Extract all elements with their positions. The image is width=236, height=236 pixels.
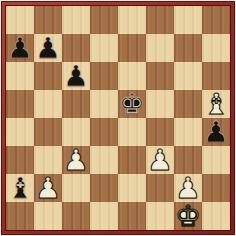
square-h8[interactable] [202,6,230,34]
square-d4[interactable] [90,118,118,146]
square-a6[interactable] [6,62,34,90]
square-e5[interactable]: ♚ [118,90,146,118]
square-b5[interactable] [34,90,62,118]
square-f7[interactable] [146,34,174,62]
square-c2[interactable] [62,174,90,202]
square-d1[interactable] [90,202,118,230]
square-e7[interactable] [118,34,146,62]
square-d8[interactable] [90,6,118,34]
square-g1[interactable]: ♚ [174,202,202,230]
square-f3[interactable]: ♟ [146,146,174,174]
square-g6[interactable] [174,62,202,90]
square-g2[interactable]: ♟ [174,174,202,202]
square-f1[interactable] [146,202,174,230]
square-h1[interactable] [202,202,230,230]
square-h2[interactable] [202,174,230,202]
square-g4[interactable] [174,118,202,146]
square-d3[interactable] [90,146,118,174]
square-e8[interactable] [118,6,146,34]
square-g7[interactable] [174,34,202,62]
square-h6[interactable] [202,62,230,90]
square-b2[interactable]: ♟ [34,174,62,202]
square-a7[interactable]: ♟ [6,34,34,62]
square-a1[interactable] [6,202,34,230]
square-d7[interactable] [90,34,118,62]
board-frame: ♟♟♟♚♝♟♟♟♝♟♟♚ [1,1,235,235]
piece-white-pawn-b2[interactable]: ♟ [35,174,61,202]
square-d2[interactable] [90,174,118,202]
square-b6[interactable] [34,62,62,90]
square-e6[interactable] [118,62,146,90]
square-h4[interactable]: ♟ [202,118,230,146]
square-g8[interactable] [174,6,202,34]
piece-black-pawn-h4[interactable]: ♟ [203,118,229,146]
square-f6[interactable] [146,62,174,90]
square-e2[interactable] [118,174,146,202]
square-d5[interactable] [90,90,118,118]
square-f4[interactable] [146,118,174,146]
square-b1[interactable] [34,202,62,230]
square-f2[interactable] [146,174,174,202]
square-e3[interactable] [118,146,146,174]
square-g5[interactable] [174,90,202,118]
square-c7[interactable] [62,34,90,62]
square-b4[interactable] [34,118,62,146]
square-c3[interactable]: ♟ [62,146,90,174]
piece-black-pawn-c6[interactable]: ♟ [63,62,89,90]
piece-black-bishop-a2[interactable]: ♝ [7,174,33,202]
square-f5[interactable] [146,90,174,118]
square-g3[interactable] [174,146,202,174]
square-f8[interactable] [146,6,174,34]
square-c8[interactable] [62,6,90,34]
square-c6[interactable]: ♟ [62,62,90,90]
piece-white-king-g1[interactable]: ♚ [175,202,201,230]
square-d6[interactable] [90,62,118,90]
square-h3[interactable] [202,146,230,174]
piece-black-pawn-a7[interactable]: ♟ [7,34,33,62]
square-b7[interactable]: ♟ [34,34,62,62]
piece-black-pawn-b7[interactable]: ♟ [35,34,61,62]
square-c4[interactable] [62,118,90,146]
piece-black-king-e5[interactable]: ♚ [119,90,145,118]
square-h5[interactable]: ♝ [202,90,230,118]
piece-white-pawn-c3[interactable]: ♟ [63,146,89,174]
square-a2[interactable]: ♝ [6,174,34,202]
piece-white-bishop-h5[interactable]: ♝ [203,90,229,118]
chess-board-window: ♟♟♟♚♝♟♟♟♝♟♟♚ [0,0,236,236]
square-a3[interactable] [6,146,34,174]
square-e4[interactable] [118,118,146,146]
square-c5[interactable] [62,90,90,118]
square-b8[interactable] [34,6,62,34]
piece-white-pawn-f3[interactable]: ♟ [147,146,173,174]
square-a8[interactable] [6,6,34,34]
square-c1[interactable] [62,202,90,230]
piece-white-pawn-g2[interactable]: ♟ [175,174,201,202]
square-a4[interactable] [6,118,34,146]
square-h7[interactable] [202,34,230,62]
square-a5[interactable] [6,90,34,118]
chess-board: ♟♟♟♚♝♟♟♟♝♟♟♚ [6,6,230,230]
square-e1[interactable] [118,202,146,230]
square-b3[interactable] [34,146,62,174]
